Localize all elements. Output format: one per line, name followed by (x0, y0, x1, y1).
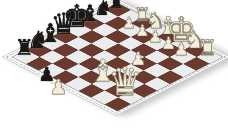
white-queen[interactable]: ♛ (108, 64, 143, 103)
white-pawn[interactable]: ♟ (122, 16, 136, 31)
white-pawn[interactable]: ♟ (174, 41, 190, 58)
white-rook[interactable]: ♜ (198, 37, 217, 59)
product-photo-scene: ♜♞♝♛♚♝♞♜♟♟♝♛♟♟♟♟♟♟♜♞♝♚♞♜ (0, 0, 228, 128)
white-pawn[interactable]: ♟ (49, 77, 67, 98)
black-rook[interactable]: ♜ (15, 37, 34, 59)
